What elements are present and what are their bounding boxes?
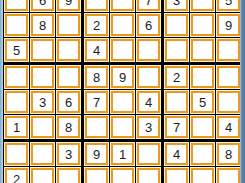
cell-r8c7[interactable] [164,167,189,183]
cell-r1c4[interactable] [84,0,109,12]
cell-r4c1[interactable] [4,65,29,89]
cell-r8c8[interactable] [190,167,215,183]
cell-r1c1[interactable] [4,0,29,12]
cell-r5c9[interactable] [216,90,241,114]
cell-r7c7[interactable]: 4 [164,142,189,166]
cell-r6c1[interactable]: 1 [4,115,29,139]
cell-r6c2[interactable] [30,115,55,139]
cell-r7c9[interactable]: 8 [216,142,241,166]
cell-r4c5[interactable]: 9 [110,65,135,89]
cell-r2c7[interactable] [164,13,189,37]
cell-r2c9[interactable]: 9 [216,13,241,37]
cell-r7c6[interactable] [136,142,161,166]
cell-r6c4[interactable] [84,115,109,139]
cell-r8c5[interactable] [110,167,135,183]
sudoku-app-window: 697358269548923674518374391482 [0,0,245,183]
cell-r1c8[interactable] [190,0,215,12]
cell-r5c3[interactable]: 6 [56,90,81,114]
cell-r1c3[interactable]: 9 [56,0,81,12]
cell-r5c1[interactable] [4,90,29,114]
cell-r3c5[interactable] [110,38,135,62]
cell-r8c1[interactable]: 2 [4,167,29,183]
cell-r5c2[interactable]: 3 [30,90,55,114]
cell-r7c2[interactable] [30,142,55,166]
cell-r2c2[interactable]: 8 [30,13,55,37]
cell-r2c6[interactable]: 6 [136,13,161,37]
cell-r6c3[interactable]: 8 [56,115,81,139]
cell-r3c4[interactable]: 4 [84,38,109,62]
cell-r4c2[interactable] [30,65,55,89]
cell-r4c4[interactable]: 8 [84,65,109,89]
cell-r6c8[interactable] [190,115,215,139]
cell-r5c6[interactable]: 4 [136,90,161,114]
cell-r1c7[interactable]: 3 [164,0,189,12]
cell-r2c5[interactable] [110,13,135,37]
cell-r6c6[interactable]: 3 [136,115,161,139]
cell-r7c8[interactable] [190,142,215,166]
cell-r5c4[interactable]: 7 [84,90,109,114]
cell-r4c8[interactable] [190,65,215,89]
window-border-right [240,0,245,183]
cell-r7c1[interactable] [4,142,29,166]
cell-r3c2[interactable] [30,38,55,62]
cell-r4c9[interactable] [216,65,241,89]
cell-r1c5[interactable] [110,0,135,12]
cell-r7c5[interactable]: 1 [110,142,135,166]
cell-r3c8[interactable] [190,38,215,62]
cell-r4c3[interactable] [56,65,81,89]
cell-r3c6[interactable] [136,38,161,62]
cell-r3c7[interactable] [164,38,189,62]
cell-r2c1[interactable] [4,13,29,37]
cell-r1c6[interactable]: 7 [136,0,161,12]
cell-r8c9[interactable] [216,167,241,183]
cell-r3c1[interactable]: 5 [4,38,29,62]
cell-r3c3[interactable] [56,38,81,62]
cell-r6c5[interactable] [110,115,135,139]
cell-r8c4[interactable] [84,167,109,183]
cell-r8c3[interactable] [56,167,81,183]
cell-r7c3[interactable]: 3 [56,142,81,166]
cell-r8c6[interactable] [136,167,161,183]
window-border-left [0,0,3,183]
cell-r7c4[interactable]: 9 [84,142,109,166]
cell-r1c2[interactable]: 6 [30,0,55,12]
cell-r6c7[interactable]: 7 [164,115,189,139]
sudoku-board: 697358269548923674518374391482 [3,0,242,183]
cell-r2c4[interactable]: 2 [84,13,109,37]
cell-r4c6[interactable] [136,65,161,89]
cell-r2c3[interactable] [56,13,81,37]
cell-r4c7[interactable]: 2 [164,65,189,89]
cell-r5c7[interactable] [164,90,189,114]
cell-r1c9[interactable]: 5 [216,0,241,12]
cell-r5c8[interactable]: 5 [190,90,215,114]
cell-r5c5[interactable] [110,90,135,114]
cell-r2c8[interactable] [190,13,215,37]
cell-r3c9[interactable] [216,38,241,62]
cell-r8c2[interactable] [30,167,55,183]
cell-r6c9[interactable]: 4 [216,115,241,139]
